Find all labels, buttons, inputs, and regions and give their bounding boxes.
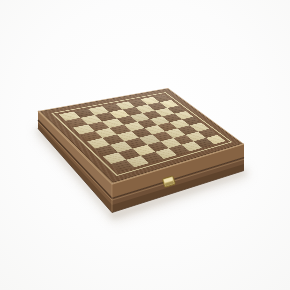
product-photo [0,0,290,290]
